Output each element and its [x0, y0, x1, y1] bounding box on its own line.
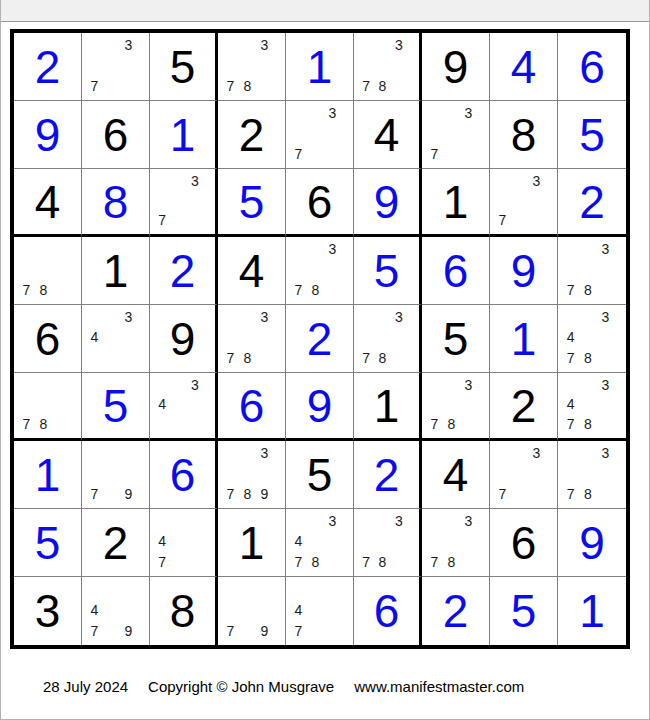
cell-r2c5[interactable]: 37	[286, 101, 354, 169]
cell-r9c1[interactable]: 3	[14, 577, 82, 645]
pencil-mark-8: 8	[239, 348, 256, 368]
pencil-mark-3: 3	[460, 375, 477, 395]
footer-copyright: Copyright © John Musgrave	[148, 678, 334, 695]
pencil-mark-8: 8	[579, 414, 596, 434]
pencil-marks: 378	[290, 239, 341, 300]
solved-digit: 2	[558, 169, 626, 234]
cell-r6c2[interactable]: 5	[82, 373, 150, 441]
given-digit: 2	[82, 509, 149, 576]
solved-digit: 1	[490, 305, 557, 372]
cell-r3c1[interactable]: 4	[14, 169, 82, 237]
solved-digit: 2	[354, 441, 419, 508]
pencil-marks: 378	[426, 375, 477, 434]
cell-r9c4[interactable]: 79	[218, 577, 286, 645]
cell-r4c5[interactable]: 378	[286, 237, 354, 305]
solved-digit: 9	[14, 101, 81, 168]
pencil-mark-8: 8	[35, 414, 52, 434]
pencil-mark-8: 8	[239, 484, 256, 504]
cell-r6c9[interactable]: 3478	[558, 373, 626, 441]
cell-r1c4[interactable]: 378	[218, 33, 286, 101]
pencil-marks: 78	[18, 375, 69, 434]
given-digit: 5	[286, 441, 353, 508]
cell-r9c7[interactable]: 2	[422, 577, 490, 645]
pencil-mark-3: 3	[324, 239, 341, 259]
pencil-marks: 378	[222, 35, 273, 96]
solved-digit: 9	[558, 509, 626, 576]
footer: 28 July 2024 Copyright © John Musgrave w…	[43, 678, 649, 695]
pencil-mark-9: 9	[256, 484, 273, 504]
pencil-mark-9: 9	[120, 484, 137, 504]
cell-r2c3[interactable]: 1	[150, 101, 218, 169]
cell-r1c2[interactable]: 37	[82, 33, 150, 101]
given-digit: 1	[354, 373, 419, 438]
top-bar	[1, 0, 649, 22]
pencil-mark-4: 4	[290, 531, 307, 551]
cell-r2c7[interactable]: 37	[422, 101, 490, 169]
solved-digit: 9	[286, 373, 353, 438]
cell-r4c8[interactable]: 9	[490, 237, 558, 305]
solved-digit: 6	[558, 33, 626, 100]
pencil-mark-3: 3	[324, 103, 341, 123]
cell-r8c4[interactable]: 1	[218, 509, 286, 577]
pencil-mark-3: 3	[460, 511, 477, 531]
pencil-mark-7: 7	[494, 484, 511, 504]
pencil-mark-7: 7	[18, 280, 35, 300]
pencil-mark-7: 7	[222, 76, 239, 96]
pencil-mark-9: 9	[120, 620, 137, 641]
pencil-mark-8: 8	[239, 76, 256, 96]
cell-r4c1[interactable]: 78	[14, 237, 82, 305]
pencil-mark-8: 8	[579, 280, 596, 300]
cell-r3c9[interactable]: 2	[558, 169, 626, 237]
cell-r6c5[interactable]: 9	[286, 373, 354, 441]
cell-r6c7[interactable]: 378	[422, 373, 490, 441]
given-digit: 4	[218, 237, 285, 304]
page: 2375378137894696123743785483756913727812…	[0, 0, 650, 720]
cell-r9c3[interactable]: 8	[150, 577, 218, 645]
pencil-mark-7: 7	[358, 76, 374, 96]
cell-r5c8[interactable]: 1	[490, 305, 558, 373]
given-digit: 1	[82, 237, 149, 304]
solved-digit: 5	[218, 169, 285, 234]
pencil-mark-7: 7	[222, 484, 239, 504]
cell-r8c1[interactable]: 5	[14, 509, 82, 577]
cell-r4c3[interactable]: 2	[150, 237, 218, 305]
pencil-marks: 37	[290, 103, 341, 164]
pencil-mark-7: 7	[494, 210, 511, 230]
cell-r8c5[interactable]: 3478	[286, 509, 354, 577]
solved-digit: 1	[286, 33, 353, 100]
pencil-marks: 3478	[562, 375, 614, 434]
pencil-marks: 378	[358, 511, 407, 572]
pencil-mark-8: 8	[374, 552, 390, 572]
pencil-mark-3: 3	[391, 511, 407, 531]
pencil-mark-8: 8	[579, 348, 596, 368]
cell-r9c9[interactable]: 1	[558, 577, 626, 645]
pencil-mark-7: 7	[154, 552, 170, 572]
cell-r7c7[interactable]: 4	[422, 441, 490, 509]
pencil-mark-7: 7	[86, 76, 103, 96]
pencil-mark-7: 7	[154, 210, 170, 230]
pencil-marks: 37	[154, 171, 203, 230]
cell-r8c7[interactable]: 378	[422, 509, 490, 577]
pencil-marks: 37	[426, 103, 477, 164]
pencil-marks: 378	[358, 35, 407, 96]
cell-r1c7[interactable]: 9	[422, 33, 490, 101]
pencil-mark-7: 7	[222, 348, 239, 368]
pencil-mark-7: 7	[18, 414, 35, 434]
pencil-mark-4: 4	[290, 600, 307, 621]
cell-r3c6[interactable]: 9	[354, 169, 422, 237]
given-digit: 6	[82, 101, 149, 168]
pencil-marks: 3478	[290, 511, 341, 572]
pencil-mark-3: 3	[120, 35, 137, 55]
cell-r7c5[interactable]: 5	[286, 441, 354, 509]
pencil-mark-7: 7	[562, 280, 579, 300]
cell-r9c8[interactable]: 5	[490, 577, 558, 645]
cell-r3c2[interactable]: 8	[82, 169, 150, 237]
pencil-mark-8: 8	[307, 552, 324, 572]
cell-r3c4[interactable]: 5	[218, 169, 286, 237]
pencil-mark-3: 3	[256, 307, 273, 327]
cell-r2c8[interactable]: 8	[490, 101, 558, 169]
cell-r4c6[interactable]: 5	[354, 237, 422, 305]
cell-r4c7[interactable]: 6	[422, 237, 490, 305]
pencil-mark-7: 7	[562, 348, 579, 368]
cell-r2c4[interactable]: 2	[218, 101, 286, 169]
pencil-mark-8: 8	[443, 552, 460, 572]
footer-website: www.manifestmaster.com	[354, 678, 524, 695]
pencil-marks: 479	[86, 579, 137, 641]
pencil-marks: 79	[222, 579, 273, 641]
cell-r5c3[interactable]: 9	[150, 305, 218, 373]
solved-digit: 2	[286, 305, 353, 372]
cell-r1c5[interactable]: 1	[286, 33, 354, 101]
pencil-mark-3: 3	[597, 443, 614, 463]
pencil-mark-8: 8	[443, 414, 460, 434]
given-digit: 1	[218, 509, 285, 576]
pencil-mark-7: 7	[222, 620, 239, 641]
pencil-mark-8: 8	[307, 280, 324, 300]
cell-r7c1[interactable]: 1	[14, 441, 82, 509]
solved-digit: 6	[354, 577, 419, 645]
solved-digit: 2	[150, 237, 215, 304]
pencil-mark-3: 3	[528, 443, 545, 463]
solved-digit: 2	[14, 33, 81, 100]
cell-r1c9[interactable]: 6	[558, 33, 626, 101]
given-digit: 3	[14, 577, 81, 645]
pencil-mark-8: 8	[579, 484, 596, 504]
pencil-mark-7: 7	[562, 414, 579, 434]
cell-r7c2[interactable]: 79	[82, 441, 150, 509]
pencil-marks: 37	[494, 171, 545, 230]
pencil-mark-8: 8	[35, 280, 52, 300]
given-digit: 6	[14, 305, 81, 372]
pencil-marks: 34	[154, 375, 203, 434]
pencil-mark-7: 7	[358, 348, 374, 368]
pencil-mark-7: 7	[86, 484, 103, 504]
cell-r3c8[interactable]: 37	[490, 169, 558, 237]
pencil-mark-8: 8	[374, 76, 390, 96]
cell-r8c9[interactable]: 9	[558, 509, 626, 577]
solved-digit: 6	[150, 441, 215, 508]
solved-digit: 5	[558, 101, 626, 168]
cell-r4c2[interactable]: 1	[82, 237, 150, 305]
pencil-mark-3: 3	[597, 239, 614, 259]
pencil-marks: 78	[18, 239, 69, 300]
solved-digit: 8	[82, 169, 149, 234]
cell-r8c6[interactable]: 378	[354, 509, 422, 577]
cell-r5c2[interactable]: 34	[82, 305, 150, 373]
cell-r8c2[interactable]: 2	[82, 509, 150, 577]
cell-r2c6[interactable]: 4	[354, 101, 422, 169]
cell-r7c3[interactable]: 6	[150, 441, 218, 509]
given-digit: 8	[150, 577, 215, 645]
given-digit: 4	[422, 441, 489, 508]
cell-r5c6[interactable]: 378	[354, 305, 422, 373]
solved-digit: 9	[354, 169, 419, 234]
solved-digit: 9	[490, 237, 557, 304]
given-digit: 8	[490, 101, 557, 168]
cell-r7c9[interactable]: 378	[558, 441, 626, 509]
solved-digit: 5	[490, 577, 557, 645]
given-digit: 6	[490, 509, 557, 576]
cell-r2c1[interactable]: 9	[14, 101, 82, 169]
cell-r2c9[interactable]: 5	[558, 101, 626, 169]
cell-r5c5[interactable]: 2	[286, 305, 354, 373]
given-digit: 9	[422, 33, 489, 100]
pencil-marks: 3478	[562, 307, 614, 368]
cell-r7c4[interactable]: 3789	[218, 441, 286, 509]
pencil-mark-7: 7	[290, 620, 307, 641]
pencil-mark-3: 3	[120, 307, 137, 327]
pencil-mark-7: 7	[290, 552, 307, 572]
pencil-mark-7: 7	[426, 414, 443, 434]
pencil-marks: 47	[154, 511, 203, 572]
cell-r4c9[interactable]: 378	[558, 237, 626, 305]
cell-r8c3[interactable]: 47	[150, 509, 218, 577]
pencil-mark-3: 3	[528, 171, 545, 191]
cell-r6c4[interactable]: 6	[218, 373, 286, 441]
cell-r8c8[interactable]: 6	[490, 509, 558, 577]
solved-digit: 5	[14, 509, 81, 576]
pencil-mark-3: 3	[187, 375, 203, 395]
solved-digit: 1	[150, 101, 215, 168]
cell-r6c8[interactable]: 2	[490, 373, 558, 441]
given-digit: 2	[218, 101, 285, 168]
pencil-marks: 3789	[222, 443, 273, 504]
pencil-mark-4: 4	[154, 531, 170, 551]
pencil-mark-7: 7	[290, 144, 307, 164]
cell-r6c6[interactable]: 1	[354, 373, 422, 441]
pencil-mark-7: 7	[562, 484, 579, 504]
pencil-mark-3: 3	[391, 35, 407, 55]
pencil-marks: 37	[86, 35, 137, 96]
pencil-mark-3: 3	[187, 171, 203, 191]
pencil-mark-4: 4	[86, 600, 103, 621]
solved-digit: 5	[82, 373, 149, 438]
pencil-mark-3: 3	[597, 375, 614, 395]
pencil-mark-7: 7	[358, 552, 374, 572]
given-digit: 5	[422, 305, 489, 372]
given-digit: 4	[354, 101, 419, 168]
pencil-marks: 378	[426, 511, 477, 572]
pencil-marks: 378	[358, 307, 407, 368]
footer-date: 28 July 2024	[43, 678, 128, 695]
given-digit: 2	[490, 373, 557, 438]
cell-r3c3[interactable]: 37	[150, 169, 218, 237]
cell-r1c3[interactable]: 5	[150, 33, 218, 101]
pencil-marks: 79	[86, 443, 137, 504]
given-digit: 1	[422, 169, 489, 234]
solved-digit: 1	[558, 577, 626, 645]
cell-r5c7[interactable]: 5	[422, 305, 490, 373]
pencil-mark-3: 3	[391, 307, 407, 327]
pencil-mark-3: 3	[256, 443, 273, 463]
cell-r2c2[interactable]: 6	[82, 101, 150, 169]
cell-r1c8[interactable]: 4	[490, 33, 558, 101]
cell-r9c5[interactable]: 47	[286, 577, 354, 645]
pencil-marks: 37	[494, 443, 545, 504]
cell-r5c1[interactable]: 6	[14, 305, 82, 373]
given-digit: 9	[150, 305, 215, 372]
pencil-mark-3: 3	[597, 307, 614, 327]
cell-r3c7[interactable]: 1	[422, 169, 490, 237]
solved-digit: 6	[218, 373, 285, 438]
pencil-marks: 34	[86, 307, 137, 368]
solved-digit: 6	[422, 237, 489, 304]
pencil-marks: 378	[222, 307, 273, 368]
pencil-marks: 378	[562, 239, 614, 300]
pencil-mark-7: 7	[426, 552, 443, 572]
pencil-mark-3: 3	[324, 511, 341, 531]
cell-r6c3[interactable]: 34	[150, 373, 218, 441]
pencil-mark-7: 7	[426, 144, 443, 164]
pencil-mark-4: 4	[86, 327, 103, 347]
solved-digit: 1	[14, 441, 81, 508]
cell-r9c2[interactable]: 479	[82, 577, 150, 645]
cell-r5c9[interactable]: 3478	[558, 305, 626, 373]
cell-r9c6[interactable]: 6	[354, 577, 422, 645]
pencil-mark-4: 4	[154, 395, 170, 415]
pencil-mark-4: 4	[562, 327, 579, 347]
cell-r7c8[interactable]: 37	[490, 441, 558, 509]
pencil-mark-4: 4	[562, 395, 579, 415]
cell-r5c4[interactable]: 378	[218, 305, 286, 373]
pencil-mark-8: 8	[374, 348, 390, 368]
pencil-marks: 378	[562, 443, 614, 504]
pencil-mark-7: 7	[86, 620, 103, 641]
given-digit: 5	[150, 33, 215, 100]
pencil-mark-3: 3	[460, 103, 477, 123]
given-digit: 4	[14, 169, 81, 234]
pencil-mark-7: 7	[290, 280, 307, 300]
pencil-marks: 47	[290, 579, 341, 641]
solved-digit: 4	[490, 33, 557, 100]
cell-r6c1[interactable]: 78	[14, 373, 82, 441]
solved-digit: 5	[354, 237, 419, 304]
cell-r1c6[interactable]: 378	[354, 33, 422, 101]
pencil-mark-9: 9	[256, 620, 273, 641]
cell-r3c5[interactable]: 6	[286, 169, 354, 237]
given-digit: 6	[286, 169, 353, 234]
cell-r7c6[interactable]: 2	[354, 441, 422, 509]
solved-digit: 2	[422, 577, 489, 645]
cell-r4c4[interactable]: 4	[218, 237, 286, 305]
sudoku-board: 2375378137894696123743785483756913727812…	[10, 29, 630, 649]
cell-r1c1[interactable]: 2	[14, 33, 82, 101]
pencil-mark-3: 3	[256, 35, 273, 55]
